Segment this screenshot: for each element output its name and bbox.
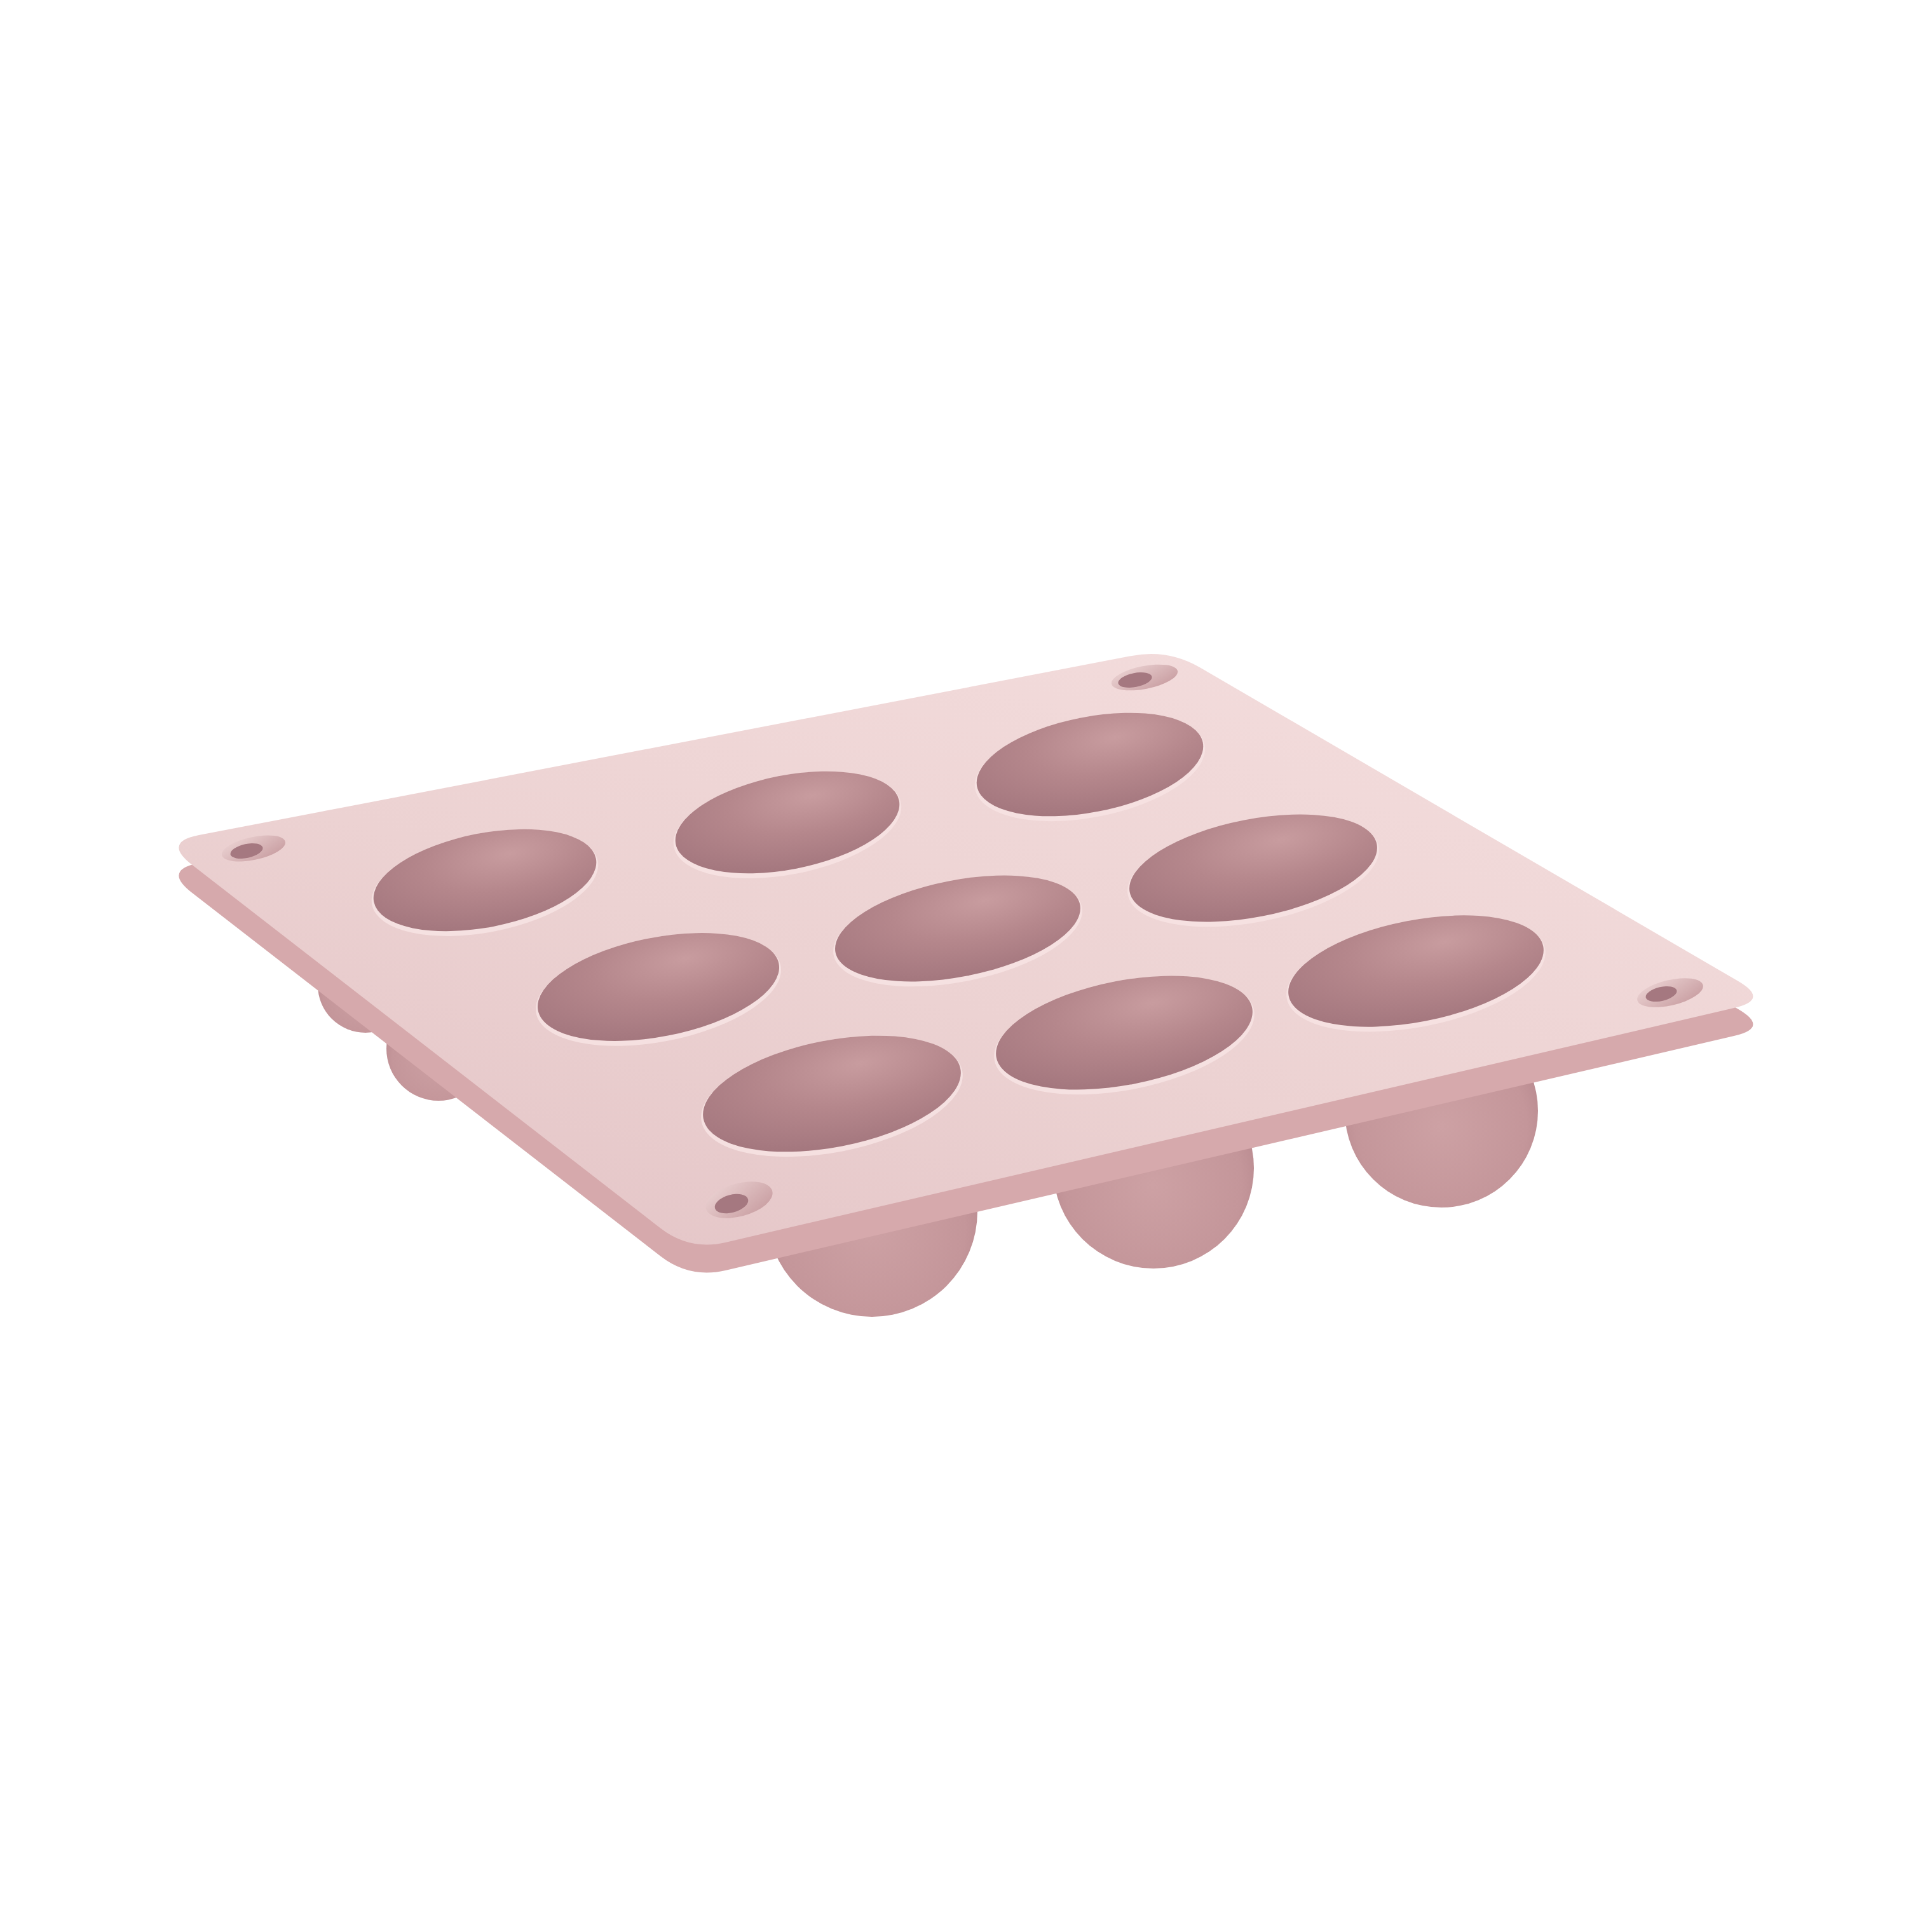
mould-render (0, 0, 1932, 1932)
product-photo (0, 0, 1932, 1932)
